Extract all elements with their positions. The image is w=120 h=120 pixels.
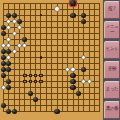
white-stone xyxy=(81,55,86,60)
grid-line-vertical xyxy=(62,3,63,113)
sidebar-button-turn[interactable]: 黒の番 xyxy=(104,101,120,119)
black-stone xyxy=(70,85,75,90)
square-annotation-mark xyxy=(29,74,32,77)
black-stone xyxy=(6,61,11,66)
black-stone xyxy=(1,103,6,108)
black-stone xyxy=(70,13,75,18)
white-stone xyxy=(6,43,11,48)
dot-annotation-mark xyxy=(40,14,42,16)
black-stone xyxy=(6,67,11,72)
white-stone xyxy=(81,79,86,84)
sidebar-button-toryo[interactable]: 投了 xyxy=(104,1,120,19)
sidebar-button-label: まった xyxy=(106,87,118,92)
square-annotation-mark xyxy=(39,74,42,77)
white-stone xyxy=(54,6,59,11)
grid-line-horizontal xyxy=(3,111,100,112)
black-stone xyxy=(54,109,59,114)
white-stone xyxy=(70,67,75,72)
dot-annotation-mark xyxy=(40,56,42,58)
sidebar-button-keisei[interactable]: 形勢 xyxy=(104,61,120,79)
grid-line-horizontal xyxy=(3,75,100,76)
black-stone xyxy=(1,31,6,36)
black-stone xyxy=(1,73,6,78)
white-stone xyxy=(22,43,27,48)
square-annotation-mark xyxy=(23,80,26,83)
sidebar-button-matta[interactable]: まった xyxy=(104,81,120,99)
white-stone xyxy=(17,25,22,30)
sidebar-button-label: 投了 xyxy=(108,7,116,12)
sidebar-button-hint[interactable]: ヒント xyxy=(104,41,120,59)
square-annotation-mark xyxy=(34,74,37,77)
white-stone xyxy=(6,25,11,30)
white-stone xyxy=(12,49,17,54)
grid-line-horizontal xyxy=(3,87,100,88)
white-stone xyxy=(6,37,11,42)
black-stone xyxy=(6,49,11,54)
white-stone xyxy=(6,19,11,24)
sidebar-button-label: ヒント xyxy=(106,47,118,52)
black-stone xyxy=(6,79,11,84)
square-annotation-mark xyxy=(39,80,42,83)
grid-line-vertical xyxy=(73,3,74,113)
square-annotation-mark xyxy=(29,80,32,83)
black-stone-last-move xyxy=(70,0,75,5)
grid-line-vertical xyxy=(89,3,90,113)
black-stone xyxy=(70,79,75,84)
black-stone xyxy=(12,109,17,114)
black-stone xyxy=(6,109,11,114)
square-annotation-mark xyxy=(23,74,26,77)
grid-line-vertical xyxy=(67,3,68,113)
black-stone xyxy=(22,37,27,42)
square-annotation-mark xyxy=(34,80,37,83)
grid-line-vertical xyxy=(99,3,100,113)
go-board[interactable] xyxy=(0,0,103,120)
sidebar-button-label: メニュー xyxy=(106,25,119,34)
game-screen: 投了メニューヒント形勢まった黒の番 xyxy=(0,0,120,120)
grid-line-horizontal xyxy=(3,99,100,100)
black-stone xyxy=(70,73,75,78)
sidebar: 投了メニューヒント形勢まった黒の番 xyxy=(103,0,120,120)
black-stone xyxy=(81,67,86,72)
black-stone xyxy=(81,13,86,18)
black-stone xyxy=(6,85,11,90)
black-stone xyxy=(12,13,17,18)
black-stone xyxy=(76,91,81,96)
black-stone xyxy=(17,19,22,24)
grid-line-horizontal xyxy=(3,63,100,64)
black-stone xyxy=(81,19,86,24)
white-stone xyxy=(6,55,11,60)
white-stone xyxy=(12,31,17,36)
grid-line-vertical xyxy=(57,3,58,113)
black-stone xyxy=(6,13,11,18)
sidebar-button-menu[interactable]: メニュー xyxy=(104,21,120,39)
sidebar-button-label: 形勢 xyxy=(108,67,116,72)
grid-line-horizontal xyxy=(3,93,100,94)
grid-line-horizontal xyxy=(3,105,100,106)
black-stone xyxy=(28,91,33,96)
black-stone xyxy=(33,97,38,102)
sidebar-button-label: 黒の番 xyxy=(106,107,118,112)
white-stone xyxy=(87,79,92,84)
grid-line-vertical xyxy=(94,3,95,113)
